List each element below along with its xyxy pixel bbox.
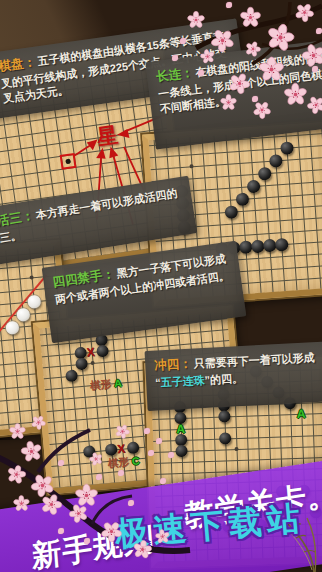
black-stone [96,345,109,358]
win-point-mark: A [297,408,306,420]
pattern-label: 棋形A [90,378,122,391]
star-point-dot [234,447,238,451]
forbidden-x-mark: X [86,346,95,359]
card-huosan-label: 活三： [0,208,35,228]
black-stone [250,239,264,253]
black-stone [246,179,260,193]
app-screenshot: 星 棋盘：五子棋的棋盘由纵横各15条等长垂直交叉的平行线构成，形成225个交点。… [0,0,322,572]
black-stone [219,432,231,444]
card-chongsi-label: 冲四： [154,357,192,373]
star-point-dot [90,361,94,365]
star-point-dot [189,164,193,168]
card-chongsi-highlight: 五子连珠 [160,374,205,388]
star-annotation: 星 [95,124,119,148]
card-chongsi: 冲四：只需要再下一着可以形成“五子连珠”的四。 [145,341,322,411]
white-stone [16,307,30,321]
black-stone [75,357,88,370]
black-stone [238,240,252,254]
black-stone [224,205,238,219]
black-stone [218,410,230,422]
cherry-blossom-icon [133,540,153,560]
black-stone [65,369,78,382]
cherry-blossom-icon [10,424,25,439]
black-stone [257,166,271,180]
black-stone [235,192,249,206]
card-chongsi-text-after: ”的四。 [204,372,243,386]
black-stone [274,237,288,251]
cherry-blossom-icon [241,8,260,27]
highlight-square-mark [60,153,77,170]
black-stone [280,141,294,155]
black-stone [268,154,282,168]
cherry-blossom-icon [221,95,236,110]
cherry-blossom-icon [260,58,283,81]
card-qipan-label: 棋盘： [0,55,37,74]
white-stone [5,320,19,334]
cherry-blossom-icon [188,12,204,28]
black-stone [262,238,276,252]
white-stone [27,294,41,308]
